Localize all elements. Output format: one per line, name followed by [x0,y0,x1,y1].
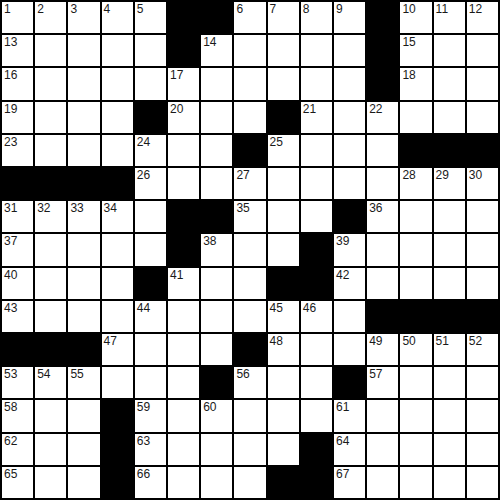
black-cell-r15c4 [102,467,133,498]
clue-number-28: 28 [402,168,415,182]
cell-r4c7[interactable] [201,102,232,133]
black-cell-r2c12 [367,35,398,66]
cell-r15c8[interactable] [234,467,265,498]
black-cell-r11c2 [35,334,66,365]
cell-r13c15[interactable] [467,400,498,431]
cell-r13c8[interactable] [234,400,265,431]
cell-r13c12[interactable] [367,400,398,431]
cell-r9c14[interactable] [434,268,465,299]
cell-r3c7[interactable] [201,68,232,99]
cell-r7c13[interactable] [400,201,431,232]
cell-r14c9[interactable] [268,434,299,465]
cell-r5c9[interactable]: 25 [268,135,299,166]
cell-r4c10[interactable]: 21 [301,102,332,133]
black-cell-r11c1 [2,334,33,365]
cell-r7c15[interactable] [467,201,498,232]
black-cell-r8c6 [168,234,199,265]
cell-r7c4[interactable]: 34 [102,201,133,232]
cell-r11c11[interactable] [334,334,365,365]
clue-number-51: 51 [436,334,449,348]
cell-r3c6[interactable]: 17 [168,68,199,99]
cell-r8c7[interactable]: 38 [201,234,232,265]
cell-r8c2[interactable] [35,234,66,265]
cell-r13c2[interactable] [35,400,66,431]
clue-number-21: 21 [303,102,316,116]
clue-number-38: 38 [203,234,216,248]
clue-number-20: 20 [170,102,183,116]
cell-r2c13[interactable]: 15 [400,35,431,66]
cell-r5c7[interactable] [201,135,232,166]
cell-r5c5[interactable]: 24 [135,135,166,166]
cell-r13c1[interactable]: 58 [2,400,33,431]
clue-number-53: 53 [4,367,17,381]
cell-r11c13[interactable]: 50 [400,334,431,365]
cell-r1c4[interactable]: 4 [102,2,133,33]
cell-r13c5[interactable]: 59 [135,400,166,431]
cell-r14c2[interactable] [35,434,66,465]
cell-r14c15[interactable] [467,434,498,465]
black-cell-r4c9 [268,102,299,133]
cell-r5c12[interactable] [367,135,398,166]
clue-number-61: 61 [336,400,349,414]
clue-number-47: 47 [104,334,117,348]
cell-r6c15[interactable]: 30 [467,168,498,199]
clue-number-31: 31 [4,201,17,215]
crossword-grid: 1234567891011121314151617181920212223242… [0,0,500,500]
clue-number-39: 39 [336,234,349,248]
clue-number-4: 4 [104,2,111,16]
cell-r14c14[interactable] [434,434,465,465]
cell-r11c12[interactable]: 49 [367,334,398,365]
cell-r9c1[interactable]: 40 [2,268,33,299]
cell-r1c5[interactable]: 5 [135,2,166,33]
cell-r3c15[interactable] [467,68,498,99]
black-cell-r7c11 [334,201,365,232]
black-cell-r7c7 [201,201,232,232]
clue-number-23: 23 [4,135,17,149]
cell-r2c10[interactable] [301,35,332,66]
cell-r15c3[interactable] [68,467,99,498]
black-cell-r9c5 [135,268,166,299]
cell-r9c12[interactable] [367,268,398,299]
cell-r10c5[interactable]: 44 [135,301,166,332]
clue-number-17: 17 [170,68,183,82]
cell-r12c12[interactable]: 57 [367,367,398,398]
cell-r15c14[interactable] [434,467,465,498]
cell-r12c3[interactable]: 55 [68,367,99,398]
black-cell-r15c9 [268,467,299,498]
cell-r14c11[interactable]: 64 [334,434,365,465]
cell-r2c1[interactable]: 13 [2,35,33,66]
cell-r4c1[interactable]: 19 [2,102,33,133]
cell-r14c13[interactable] [400,434,431,465]
cell-r3c4[interactable] [102,68,133,99]
black-cell-r12c7 [201,367,232,398]
clue-number-43: 43 [4,301,17,315]
black-cell-r7c6 [168,201,199,232]
cell-r11c4[interactable]: 47 [102,334,133,365]
cell-r4c8[interactable] [234,102,265,133]
cell-r10c11[interactable] [334,301,365,332]
black-cell-r2c6 [168,35,199,66]
cell-r9c13[interactable] [400,268,431,299]
black-cell-r10c13 [400,301,431,332]
cell-r1c3[interactable]: 3 [68,2,99,33]
cell-r11c10[interactable] [301,334,332,365]
cell-r4c2[interactable] [35,102,66,133]
cell-r15c12[interactable] [367,467,398,498]
clue-number-46: 46 [303,301,316,315]
cell-r4c11[interactable] [334,102,365,133]
clue-number-50: 50 [402,334,415,348]
cell-r14c12[interactable] [367,434,398,465]
cell-r8c5[interactable] [135,234,166,265]
cell-r7c14[interactable] [434,201,465,232]
clue-number-52: 52 [469,334,482,348]
cell-r15c15[interactable] [467,467,498,498]
clue-number-5: 5 [137,2,144,16]
black-cell-r6c4 [102,168,133,199]
cell-r13c7[interactable]: 60 [201,400,232,431]
cell-r9c8[interactable] [234,268,265,299]
cell-r10c3[interactable] [68,301,99,332]
cell-r4c15[interactable] [467,102,498,133]
cell-r2c7[interactable]: 14 [201,35,232,66]
cell-r7c12[interactable]: 36 [367,201,398,232]
black-cell-r10c14 [434,301,465,332]
cell-r8c13[interactable] [400,234,431,265]
cell-r3c5[interactable] [135,68,166,99]
cell-r15c6[interactable] [168,467,199,498]
cell-r4c14[interactable] [434,102,465,133]
cell-r4c12[interactable]: 22 [367,102,398,133]
cell-r14c1[interactable]: 62 [2,434,33,465]
cell-r13c9[interactable] [268,400,299,431]
clue-number-63: 63 [137,434,150,448]
cell-r2c5[interactable] [135,35,166,66]
cell-r2c2[interactable] [35,35,66,66]
clue-number-27: 27 [236,168,249,182]
cell-r1c9[interactable]: 7 [268,2,299,33]
cell-r14c7[interactable] [201,434,232,465]
cell-r8c11[interactable]: 39 [334,234,365,265]
clue-number-19: 19 [4,102,17,116]
cell-r5c11[interactable] [334,135,365,166]
cell-r15c13[interactable] [400,467,431,498]
cell-r8c12[interactable] [367,234,398,265]
cell-r7c3[interactable]: 33 [68,201,99,232]
cell-r1c8[interactable]: 6 [234,2,265,33]
black-cell-r11c3 [68,334,99,365]
cell-r6c11[interactable] [334,168,365,199]
clue-number-35: 35 [236,201,249,215]
clue-number-49: 49 [369,334,382,348]
cell-r4c4[interactable] [102,102,133,133]
cell-r15c5[interactable]: 66 [135,467,166,498]
cell-r3c2[interactable] [35,68,66,99]
clue-number-57: 57 [369,367,382,381]
cell-r7c2[interactable]: 32 [35,201,66,232]
cell-r1c10[interactable]: 8 [301,2,332,33]
cell-r15c2[interactable] [35,467,66,498]
cell-r7c5[interactable] [135,201,166,232]
cell-r5c10[interactable] [301,135,332,166]
black-cell-r3c12 [367,68,398,99]
cell-r1c14[interactable]: 11 [434,2,465,33]
cell-r8c9[interactable] [268,234,299,265]
black-cell-r4c5 [135,102,166,133]
cell-r10c9[interactable]: 45 [268,301,299,332]
cell-r3c1[interactable]: 16 [2,68,33,99]
cell-r1c13[interactable]: 10 [400,2,431,33]
cell-r12c10[interactable] [301,367,332,398]
cell-r3c9[interactable] [268,68,299,99]
cell-r6c10[interactable] [301,168,332,199]
cell-r5c1[interactable]: 23 [2,135,33,166]
cell-r3c3[interactable] [68,68,99,99]
clue-number-59: 59 [137,400,150,414]
cell-r3c14[interactable] [434,68,465,99]
cell-r15c11[interactable]: 67 [334,467,365,498]
clue-number-7: 7 [270,2,277,16]
clue-number-12: 12 [469,2,482,16]
clue-number-24: 24 [137,135,150,149]
cell-r4c13[interactable] [400,102,431,133]
black-cell-r6c3 [68,168,99,199]
black-cell-r15c10 [301,467,332,498]
black-cell-r1c12 [367,2,398,33]
cell-r2c8[interactable] [234,35,265,66]
cell-r9c6[interactable]: 41 [168,268,199,299]
black-cell-r5c8 [234,135,265,166]
cell-r10c2[interactable] [35,301,66,332]
clue-number-48: 48 [270,334,283,348]
cell-r3c8[interactable] [234,68,265,99]
clue-number-36: 36 [369,201,382,215]
cell-r6c14[interactable]: 29 [434,168,465,199]
cell-r3c10[interactable] [301,68,332,99]
clue-number-18: 18 [402,68,415,82]
cell-r10c1[interactable]: 43 [2,301,33,332]
cell-r6c12[interactable] [367,168,398,199]
clue-number-9: 9 [336,2,343,16]
black-cell-r1c6 [168,2,199,33]
clue-number-34: 34 [104,201,117,215]
cell-r8c3[interactable] [68,234,99,265]
black-cell-r13c4 [102,400,133,431]
cell-r9c15[interactable] [467,268,498,299]
clue-number-13: 13 [4,35,17,49]
cell-r11c6[interactable] [168,334,199,365]
clue-number-66: 66 [137,467,150,481]
cell-r13c11[interactable]: 61 [334,400,365,431]
cell-r15c7[interactable] [201,467,232,498]
cell-r2c4[interactable] [102,35,133,66]
clue-number-42: 42 [336,268,349,282]
clue-number-6: 6 [236,2,243,16]
clue-number-3: 3 [70,2,77,16]
clue-number-22: 22 [369,102,382,116]
cell-r2c14[interactable] [434,35,465,66]
cell-r13c6[interactable] [168,400,199,431]
clue-number-32: 32 [37,201,50,215]
cell-r13c13[interactable] [400,400,431,431]
cell-r6c13[interactable]: 28 [400,168,431,199]
cell-r6c8[interactable]: 27 [234,168,265,199]
black-cell-r6c1 [2,168,33,199]
cell-r12c1[interactable]: 53 [2,367,33,398]
cell-r2c15[interactable] [467,35,498,66]
clue-number-45: 45 [270,301,283,315]
cell-r1c11[interactable]: 9 [334,2,365,33]
clue-number-10: 10 [402,2,415,16]
cell-r5c4[interactable] [102,135,133,166]
clue-number-64: 64 [336,434,349,448]
cell-r7c1[interactable]: 31 [2,201,33,232]
clue-number-29: 29 [436,168,449,182]
cell-r12c14[interactable] [434,367,465,398]
clue-number-11: 11 [436,2,448,16]
clue-number-30: 30 [469,168,482,182]
cell-r9c11[interactable]: 42 [334,268,365,299]
cell-r8c14[interactable] [434,234,465,265]
clue-number-58: 58 [4,400,17,414]
cell-r2c9[interactable] [268,35,299,66]
black-cell-r9c10 [301,268,332,299]
clue-number-41: 41 [170,268,183,282]
black-cell-r14c10 [301,434,332,465]
cell-r2c11[interactable] [334,35,365,66]
cell-r9c3[interactable] [68,268,99,299]
cell-r8c15[interactable] [467,234,498,265]
cell-r11c9[interactable]: 48 [268,334,299,365]
cell-r6c9[interactable] [268,168,299,199]
cell-r5c2[interactable] [35,135,66,166]
cell-r1c1[interactable]: 1 [2,2,33,33]
cell-r3c13[interactable]: 18 [400,68,431,99]
cell-r13c14[interactable] [434,400,465,431]
black-cell-r12c11 [334,367,365,398]
black-cell-r5c14 [434,135,465,166]
black-cell-r9c9 [268,268,299,299]
cell-r10c6[interactable] [168,301,199,332]
cell-r12c5[interactable] [135,367,166,398]
clue-number-14: 14 [203,35,216,49]
cell-r12c6[interactable] [168,367,199,398]
clue-number-2: 2 [37,2,44,16]
cell-r12c8[interactable]: 56 [234,367,265,398]
clue-number-8: 8 [303,2,310,16]
cell-r5c6[interactable] [168,135,199,166]
clue-number-67: 67 [336,467,349,481]
cell-r13c10[interactable] [301,400,332,431]
cell-r9c7[interactable] [201,268,232,299]
cell-r4c6[interactable]: 20 [168,102,199,133]
cell-r14c6[interactable] [168,434,199,465]
cell-r12c13[interactable] [400,367,431,398]
cell-r7c10[interactable] [301,201,332,232]
cell-r9c2[interactable] [35,268,66,299]
cell-r12c4[interactable] [102,367,133,398]
cell-r1c15[interactable]: 12 [467,2,498,33]
cell-r10c10[interactable]: 46 [301,301,332,332]
cell-r14c5[interactable]: 63 [135,434,166,465]
black-cell-r5c13 [400,135,431,166]
cell-r13c3[interactable] [68,400,99,431]
cell-r8c1[interactable]: 37 [2,234,33,265]
clue-number-65: 65 [4,467,17,481]
clue-number-26: 26 [137,168,150,182]
clue-number-33: 33 [70,201,83,215]
cell-r8c8[interactable] [234,234,265,265]
black-cell-r8c10 [301,234,332,265]
black-cell-r10c12 [367,301,398,332]
clue-number-60: 60 [203,400,216,414]
clue-number-44: 44 [137,301,150,315]
clue-number-37: 37 [4,234,17,248]
cell-r8c4[interactable] [102,234,133,265]
cell-r10c8[interactable] [234,301,265,332]
cell-r2c3[interactable] [68,35,99,66]
clue-number-54: 54 [37,367,50,381]
cell-r11c5[interactable] [135,334,166,365]
cell-r7c9[interactable] [268,201,299,232]
black-cell-r11c8 [234,334,265,365]
clue-number-16: 16 [4,68,17,82]
cell-r6c7[interactable] [201,168,232,199]
cell-r12c2[interactable]: 54 [35,367,66,398]
clue-number-15: 15 [402,35,415,49]
cell-r10c7[interactable] [201,301,232,332]
black-cell-r10c15 [467,301,498,332]
clue-number-56: 56 [236,367,249,381]
clue-number-62: 62 [4,434,17,448]
black-cell-r14c4 [102,434,133,465]
black-cell-r1c7 [201,2,232,33]
cell-r15c1[interactable]: 65 [2,467,33,498]
cell-r11c7[interactable] [201,334,232,365]
black-cell-r6c2 [35,168,66,199]
cell-r5c3[interactable] [68,135,99,166]
cell-r10c4[interactable] [102,301,133,332]
cell-r11c14[interactable]: 51 [434,334,465,365]
cell-r6c6[interactable] [168,168,199,199]
cell-r7c8[interactable]: 35 [234,201,265,232]
cell-r11c15[interactable]: 52 [467,334,498,365]
cell-r4c3[interactable] [68,102,99,133]
black-cell-r5c15 [467,135,498,166]
cell-r6c5[interactable]: 26 [135,168,166,199]
clue-number-25: 25 [270,135,283,149]
clue-number-40: 40 [4,268,17,282]
cell-r1c2[interactable]: 2 [35,2,66,33]
cell-r14c8[interactable] [234,434,265,465]
cell-r9c4[interactable] [102,268,133,299]
cell-r12c15[interactable] [467,367,498,398]
cell-r3c11[interactable] [334,68,365,99]
clue-number-1: 1 [4,2,11,16]
cell-r12c9[interactable] [268,367,299,398]
cell-r14c3[interactable] [68,434,99,465]
clue-number-55: 55 [70,367,83,381]
